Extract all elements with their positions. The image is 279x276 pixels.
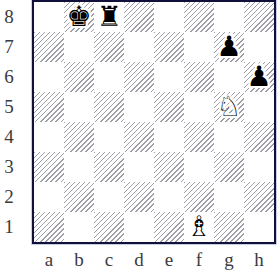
square-g5: ♘ [214, 92, 244, 122]
chess-diagram: 8 7 6 5 4 3 2 1 ♚♜♟♟♘♗ a b c d e f g h [0, 0, 279, 276]
square-a7 [34, 32, 64, 62]
square-g7: ♟ [214, 32, 244, 62]
square-d7 [124, 32, 154, 62]
square-e2 [154, 182, 184, 212]
board: ♚♜♟♟♘♗ [32, 0, 276, 244]
square-f7 [184, 32, 214, 62]
square-f2 [184, 182, 214, 212]
square-h6: ♟ [244, 62, 274, 92]
file-label-g: g [214, 244, 244, 276]
square-a8 [34, 2, 64, 32]
square-d4 [124, 122, 154, 152]
square-f8 [184, 2, 214, 32]
black-pawn: ♟ [246, 62, 271, 92]
square-g4 [214, 122, 244, 152]
black-king: ♚ [66, 2, 91, 32]
square-b2 [64, 182, 94, 212]
square-f1: ♗ [184, 212, 214, 242]
square-b5 [64, 92, 94, 122]
square-a3 [34, 152, 64, 182]
square-g2 [214, 182, 244, 212]
square-e3 [154, 152, 184, 182]
square-b3 [64, 152, 94, 182]
square-c2 [94, 182, 124, 212]
square-g8 [214, 2, 244, 32]
square-h4 [244, 122, 274, 152]
file-label-d: d [124, 244, 154, 276]
square-c3 [94, 152, 124, 182]
square-h5 [244, 92, 274, 122]
square-b4 [64, 122, 94, 152]
square-f6 [184, 62, 214, 92]
square-f4 [184, 122, 214, 152]
square-c8: ♜ [94, 2, 124, 32]
white-bishop: ♗ [186, 212, 211, 242]
file-label-b: b [64, 244, 94, 276]
square-e8 [154, 2, 184, 32]
rank-label-7: 7 [0, 32, 32, 62]
rank-label-6: 6 [0, 62, 32, 92]
square-c4 [94, 122, 124, 152]
square-h1 [244, 212, 274, 242]
square-h7 [244, 32, 274, 62]
square-e6 [154, 62, 184, 92]
square-d8 [124, 2, 154, 32]
rank-label-5: 5 [0, 92, 32, 122]
square-f5 [184, 92, 214, 122]
square-a2 [34, 182, 64, 212]
square-g6 [214, 62, 244, 92]
square-d5 [124, 92, 154, 122]
square-b8: ♚ [64, 2, 94, 32]
square-g1 [214, 212, 244, 242]
square-f3 [184, 152, 214, 182]
square-h3 [244, 152, 274, 182]
file-label-a: a [34, 244, 64, 276]
square-g3 [214, 152, 244, 182]
square-e4 [154, 122, 184, 152]
square-d1 [124, 212, 154, 242]
square-h2 [244, 182, 274, 212]
file-labels: a b c d e f g h [32, 244, 276, 276]
square-a4 [34, 122, 64, 152]
rank-label-8: 8 [0, 2, 32, 32]
rank-label-4: 4 [0, 122, 32, 152]
square-d6 [124, 62, 154, 92]
white-knight: ♘ [216, 92, 241, 122]
square-b6 [64, 62, 94, 92]
square-c5 [94, 92, 124, 122]
rank-label-2: 2 [0, 182, 32, 212]
black-rook: ♜ [96, 2, 121, 32]
black-pawn: ♟ [216, 32, 241, 62]
file-label-h: h [244, 244, 274, 276]
square-b7 [64, 32, 94, 62]
square-h8 [244, 2, 274, 32]
file-label-f: f [184, 244, 214, 276]
rank-labels: 8 7 6 5 4 3 2 1 [0, 0, 32, 244]
corner-spacer [0, 244, 32, 276]
file-label-c: c [94, 244, 124, 276]
square-a5 [34, 92, 64, 122]
square-c7 [94, 32, 124, 62]
square-a6 [34, 62, 64, 92]
square-b1 [64, 212, 94, 242]
square-c6 [94, 62, 124, 92]
rank-label-3: 3 [0, 152, 32, 182]
square-e5 [154, 92, 184, 122]
file-label-e: e [154, 244, 184, 276]
square-e7 [154, 32, 184, 62]
square-c1 [94, 212, 124, 242]
rank-label-1: 1 [0, 212, 32, 242]
square-d3 [124, 152, 154, 182]
square-a1 [34, 212, 64, 242]
square-e1 [154, 212, 184, 242]
chess-diagram-page: 8 7 6 5 4 3 2 1 ♚♜♟♟♘♗ a b c d e f g h [0, 0, 279, 276]
square-d2 [124, 182, 154, 212]
